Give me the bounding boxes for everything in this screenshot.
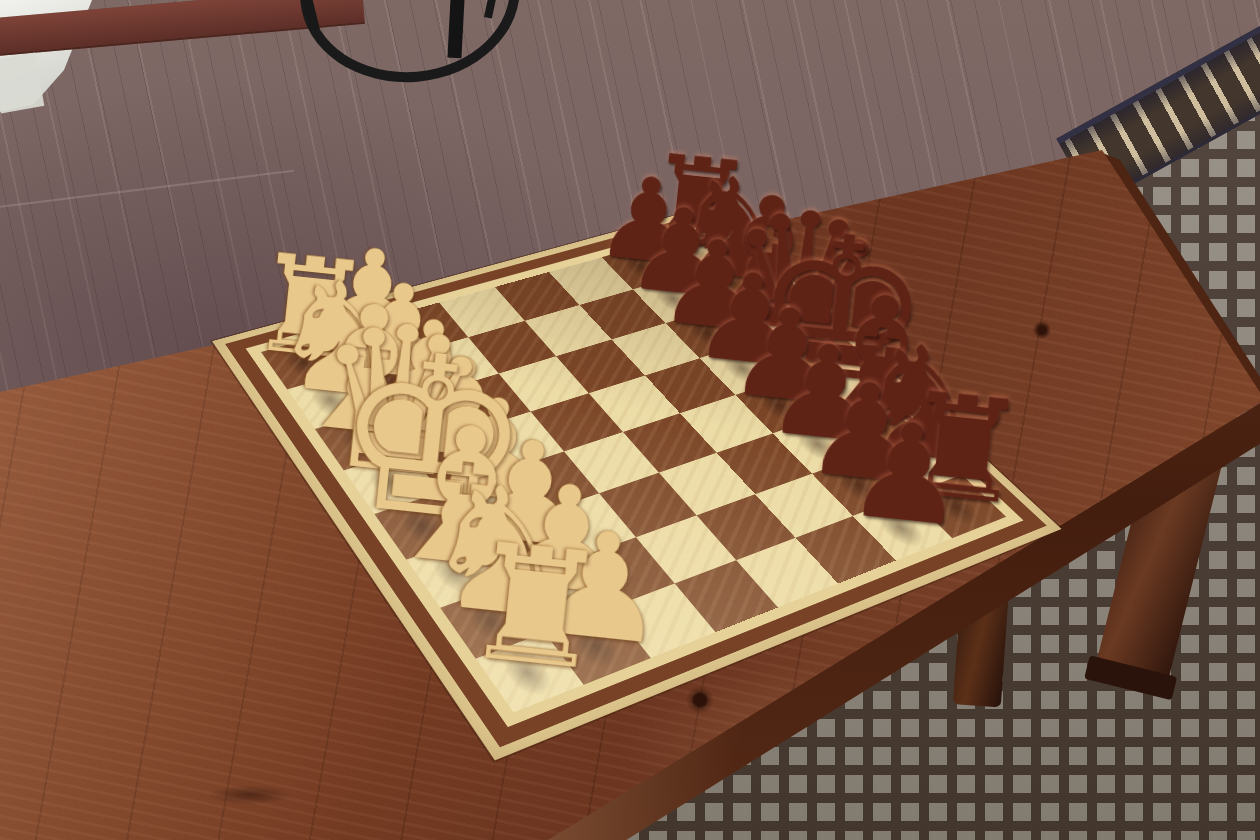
square-d6	[645, 358, 735, 413]
chess-photo-scene: ♜♞♝♛♚♝♞♜♟♟♟♟♟♟♟♟♟♟♟♟♟♟♟♟♜♞♝♛♚♝♞♜	[0, 0, 1260, 840]
piece-black-pawn: ♟	[841, 401, 974, 546]
square-h7: ♟	[853, 495, 952, 560]
